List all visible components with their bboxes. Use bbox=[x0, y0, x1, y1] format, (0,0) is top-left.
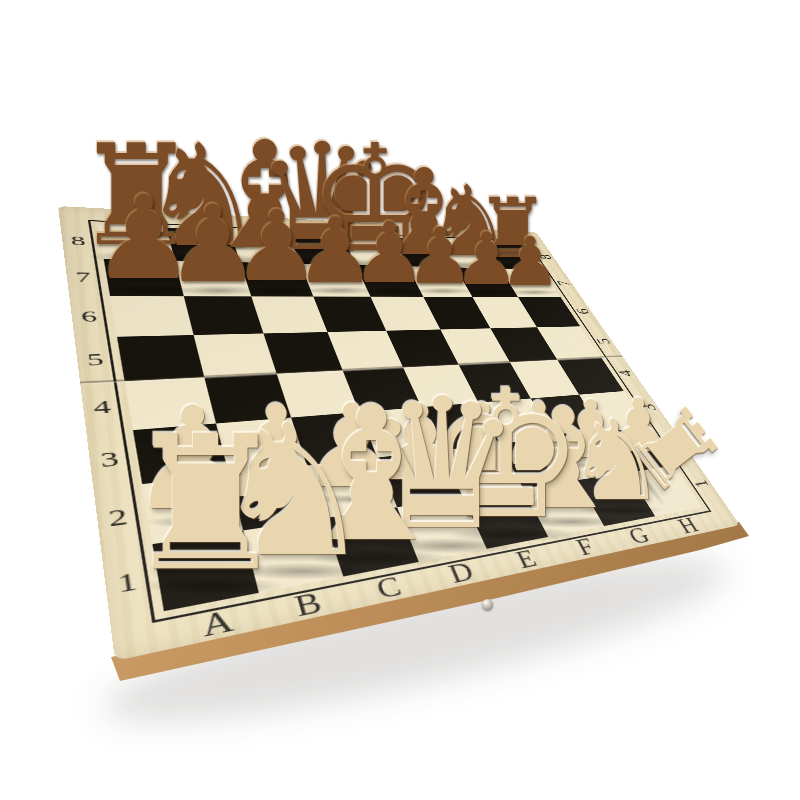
light-rook-a1[interactable]: ♜ bbox=[123, 411, 289, 597]
rank-label-left-3: 3 bbox=[99, 448, 120, 471]
rank-label-right-4: 4 bbox=[615, 370, 636, 377]
dark-pawn-h7[interactable]: ♟ bbox=[500, 228, 561, 296]
rank-label-right-5: 5 bbox=[593, 338, 613, 345]
brass-latch-icon bbox=[482, 599, 493, 610]
file-label-h: H bbox=[674, 514, 702, 537]
rank-label-left-4: 4 bbox=[92, 397, 112, 417]
rank-label-left-6: 6 bbox=[80, 308, 98, 324]
rank-label-left-5: 5 bbox=[86, 350, 105, 368]
rank-label-right-6: 6 bbox=[573, 308, 593, 314]
file-label-g: G bbox=[625, 524, 654, 548]
product-photo-scene: 87654321 87654321 ABCDEFGH ♜♞♝♛♚♝♞♜♟♟♟♟♟… bbox=[0, 0, 800, 800]
